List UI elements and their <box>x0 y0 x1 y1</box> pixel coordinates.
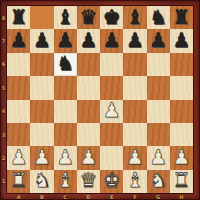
square-a6[interactable] <box>7 53 30 76</box>
piece-black-bishop[interactable]: ♝ <box>56 7 74 27</box>
file-label-e: E <box>100 193 123 200</box>
square-f7[interactable]: ♟ <box>123 29 146 52</box>
square-a7[interactable]: ♟ <box>7 29 30 52</box>
piece-black-queen[interactable]: ♛ <box>79 7 97 27</box>
chess-board-frame: ♜♝♛♚♝♞♜♟♟♟♟♟♟♟♟♞♟♟♟♟♟♟♟♟♜♞♝♛♚♝♞♜ 8765432… <box>0 0 200 200</box>
piece-black-pawn[interactable]: ♟ <box>79 30 97 50</box>
file-label-g: G <box>147 193 170 200</box>
piece-white-bishop[interactable]: ♝ <box>126 170 144 190</box>
piece-white-rook[interactable]: ♜ <box>10 170 28 190</box>
square-c4[interactable] <box>54 100 77 123</box>
square-f3[interactable] <box>123 123 146 146</box>
square-b6[interactable] <box>30 53 53 76</box>
square-d8[interactable]: ♛ <box>77 6 100 29</box>
rank-label-2: 2 <box>0 146 7 169</box>
square-h2[interactable]: ♟ <box>170 146 193 169</box>
square-d5[interactable] <box>77 76 100 99</box>
rank-label-4: 4 <box>0 100 7 123</box>
chess-board: ♜♝♛♚♝♞♜♟♟♟♟♟♟♟♟♞♟♟♟♟♟♟♟♟♜♞♝♛♚♝♞♜ <box>7 6 193 193</box>
square-h1[interactable]: ♜ <box>170 170 193 193</box>
piece-white-pawn[interactable]: ♟ <box>149 147 167 167</box>
piece-white-bishop[interactable]: ♝ <box>56 170 74 190</box>
piece-black-pawn[interactable]: ♟ <box>149 30 167 50</box>
square-h8[interactable]: ♜ <box>170 6 193 29</box>
rank-label-7: 7 <box>0 29 7 52</box>
square-d1[interactable]: ♛ <box>77 170 100 193</box>
piece-black-pawn[interactable]: ♟ <box>103 30 121 50</box>
square-f1[interactable]: ♝ <box>123 170 146 193</box>
square-c1[interactable]: ♝ <box>54 170 77 193</box>
square-g7[interactable]: ♟ <box>147 29 170 52</box>
square-h6[interactable] <box>170 53 193 76</box>
piece-black-pawn[interactable]: ♟ <box>33 30 51 50</box>
square-f8[interactable]: ♝ <box>123 6 146 29</box>
file-label-a: A <box>7 193 30 200</box>
square-e3[interactable] <box>100 123 123 146</box>
piece-white-pawn[interactable]: ♟ <box>103 100 121 120</box>
piece-white-pawn[interactable]: ♟ <box>126 147 144 167</box>
piece-black-knight[interactable]: ♞ <box>149 7 167 27</box>
square-c8[interactable]: ♝ <box>54 6 77 29</box>
file-label-d: D <box>77 193 100 200</box>
square-f6[interactable] <box>123 53 146 76</box>
piece-black-knight[interactable]: ♞ <box>56 53 74 73</box>
piece-black-pawn[interactable]: ♟ <box>56 30 74 50</box>
piece-black-pawn[interactable]: ♟ <box>10 30 28 50</box>
rank-label-6: 6 <box>0 53 7 76</box>
square-c6[interactable]: ♞ <box>54 53 77 76</box>
piece-black-pawn[interactable]: ♟ <box>172 30 190 50</box>
square-b4[interactable] <box>30 100 53 123</box>
piece-black-bishop[interactable]: ♝ <box>126 7 144 27</box>
square-g5[interactable] <box>147 76 170 99</box>
square-h5[interactable] <box>170 76 193 99</box>
square-h7[interactable]: ♟ <box>170 29 193 52</box>
rank-label-8: 8 <box>0 6 7 29</box>
piece-white-queen[interactable]: ♛ <box>79 170 97 190</box>
square-e1[interactable]: ♚ <box>100 170 123 193</box>
square-b5[interactable] <box>30 76 53 99</box>
square-b1[interactable]: ♞ <box>30 170 53 193</box>
square-e6[interactable] <box>100 53 123 76</box>
square-f4[interactable] <box>123 100 146 123</box>
square-a3[interactable] <box>7 123 30 146</box>
square-g2[interactable]: ♟ <box>147 146 170 169</box>
square-h4[interactable] <box>170 100 193 123</box>
piece-black-rook[interactable]: ♜ <box>172 7 190 27</box>
square-f2[interactable]: ♟ <box>123 146 146 169</box>
square-e8[interactable]: ♚ <box>100 6 123 29</box>
piece-white-pawn[interactable]: ♟ <box>33 147 51 167</box>
file-label-h: H <box>170 193 193 200</box>
piece-white-pawn[interactable]: ♟ <box>79 147 97 167</box>
square-e4[interactable]: ♟ <box>100 100 123 123</box>
piece-black-rook[interactable]: ♜ <box>10 7 28 27</box>
piece-black-pawn[interactable]: ♟ <box>126 30 144 50</box>
square-e7[interactable]: ♟ <box>100 29 123 52</box>
square-c3[interactable] <box>54 123 77 146</box>
square-a2[interactable]: ♟ <box>7 146 30 169</box>
piece-white-pawn[interactable]: ♟ <box>56 147 74 167</box>
square-e2[interactable] <box>100 146 123 169</box>
square-b2[interactable]: ♟ <box>30 146 53 169</box>
file-label-c: C <box>54 193 77 200</box>
square-a1[interactable]: ♜ <box>7 170 30 193</box>
square-d2[interactable]: ♟ <box>77 146 100 169</box>
rank-label-3: 3 <box>0 123 7 146</box>
square-c7[interactable]: ♟ <box>54 29 77 52</box>
square-g4[interactable] <box>147 100 170 123</box>
square-g3[interactable] <box>147 123 170 146</box>
file-label-f: F <box>123 193 146 200</box>
square-a4[interactable] <box>7 100 30 123</box>
square-c2[interactable]: ♟ <box>54 146 77 169</box>
square-d3[interactable] <box>77 123 100 146</box>
square-b7[interactable]: ♟ <box>30 29 53 52</box>
piece-black-king[interactable]: ♚ <box>103 7 121 27</box>
square-g1[interactable]: ♞ <box>147 170 170 193</box>
rank-label-5: 5 <box>0 76 7 99</box>
square-h3[interactable] <box>170 123 193 146</box>
rank-label-1: 1 <box>0 170 7 193</box>
square-b3[interactable] <box>30 123 53 146</box>
square-d6[interactable] <box>77 53 100 76</box>
piece-white-knight[interactable]: ♞ <box>149 170 167 190</box>
square-b8[interactable] <box>30 6 53 29</box>
square-g8[interactable]: ♞ <box>147 6 170 29</box>
square-f5[interactable] <box>123 76 146 99</box>
piece-white-knight[interactable]: ♞ <box>33 170 51 190</box>
square-a5[interactable] <box>7 76 30 99</box>
square-g6[interactable] <box>147 53 170 76</box>
file-label-b: B <box>30 193 53 200</box>
piece-white-king[interactable]: ♚ <box>103 170 121 190</box>
square-d7[interactable]: ♟ <box>77 29 100 52</box>
square-d4[interactable] <box>77 100 100 123</box>
piece-white-pawn[interactable]: ♟ <box>172 147 190 167</box>
piece-white-pawn[interactable]: ♟ <box>10 147 28 167</box>
square-c5[interactable] <box>54 76 77 99</box>
piece-white-rook[interactable]: ♜ <box>172 170 190 190</box>
square-a8[interactable]: ♜ <box>7 6 30 29</box>
square-e5[interactable] <box>100 76 123 99</box>
